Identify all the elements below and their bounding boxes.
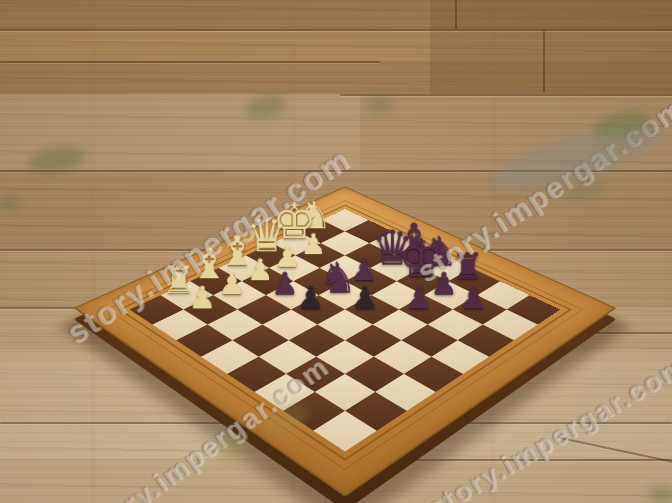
wood-plank-shade — [0, 0, 672, 30]
blur-smudge — [648, 487, 672, 502]
plank-seam — [340, 94, 672, 96]
blur-smudge — [0, 196, 20, 210]
plank-seam — [0, 61, 380, 63]
wood-plank-shade — [430, 0, 672, 94]
square-h1 — [313, 411, 376, 452]
chess-photo: ♝♞♜♞♛♚♟♟♚♟♟♟♛♟♞♟♝♟♟♟♝♟♜♟ story.impergar.… — [0, 0, 672, 503]
plank-seam — [0, 29, 672, 31]
plank-joint — [543, 31, 545, 93]
plank-joint — [455, 0, 457, 30]
blur-smudge — [365, 96, 392, 114]
